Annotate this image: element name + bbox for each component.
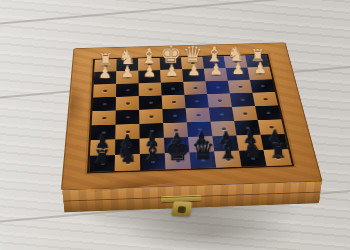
clasp-hasp bbox=[171, 201, 192, 217]
chess-set-photo: ♜♞♝♚♛♝♞♜♟♟♟♟♟♟♟♟♟♟♟♟♟♟♟♟♜♞♝♚♛♝♞♜ bbox=[0, 0, 350, 250]
chess-box: ♜♞♝♚♛♝♞♜♟♟♟♟♟♟♟♟♟♟♟♟♟♟♟♟♜♞♝♚♛♝♞♜ bbox=[61, 42, 323, 190]
scene-3d: ♜♞♝♚♛♝♞♜♟♟♟♟♟♟♟♟♟♟♟♟♟♟♟♟♜♞♝♚♛♝♞♜ bbox=[0, 0, 350, 250]
chess-board: ♜♞♝♚♛♝♞♜♟♟♟♟♟♟♟♟♟♟♟♟♟♟♟♟♜♞♝♚♛♝♞♜ bbox=[61, 42, 323, 190]
brass-clasp-icon bbox=[162, 195, 202, 224]
wood-grain-streak bbox=[68, 79, 92, 133]
